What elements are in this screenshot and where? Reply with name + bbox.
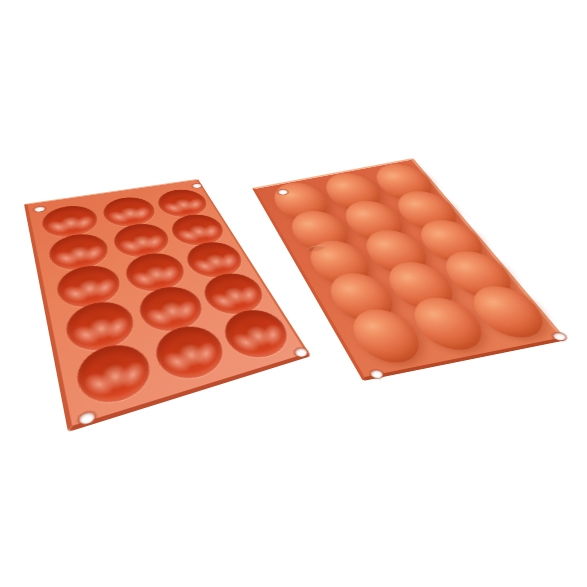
corner-hanging-hole [79,411,96,425]
corner-hanging-hole [294,347,309,358]
corner-hanging-hole [192,183,202,188]
corner-hanging-hole [369,369,384,378]
product-photo [0,0,587,587]
corner-hanging-hole [34,206,45,212]
corner-hanging-hole [551,332,567,341]
